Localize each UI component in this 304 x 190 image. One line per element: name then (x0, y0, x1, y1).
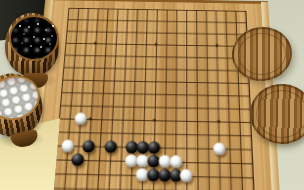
stone-black-C7 (71, 153, 84, 166)
star-point (155, 43, 158, 46)
star-point (89, 117, 92, 120)
star-point (215, 44, 218, 47)
go-scene-photo (0, 0, 304, 190)
lid-ring (236, 31, 288, 78)
stone-black-K8 (148, 141, 160, 154)
stone-white-B8 (61, 139, 74, 152)
star-point (217, 120, 220, 123)
stone-white-N6 (180, 169, 192, 182)
stone-white-M7 (169, 155, 181, 168)
stone-glints (19, 25, 21, 27)
star-point (153, 119, 156, 122)
stone-black-D8 (83, 140, 96, 153)
stone-black-F8 (104, 140, 117, 153)
lid-ring (254, 88, 304, 140)
stone-white-Q8 (213, 142, 225, 155)
black-stones-in-bowl (9, 15, 59, 61)
stone-white-C10 (74, 113, 87, 125)
star-point (94, 42, 97, 45)
board-grid (48, 8, 258, 190)
board-far-edge (45, 0, 268, 4)
